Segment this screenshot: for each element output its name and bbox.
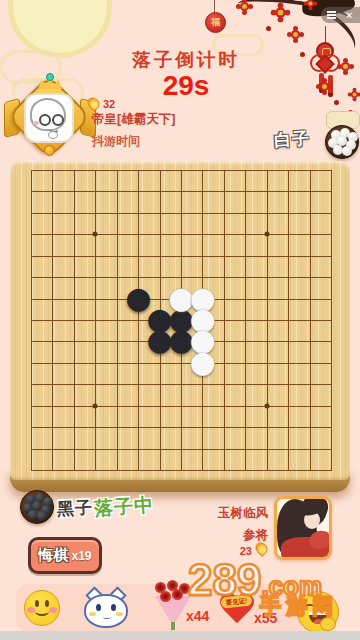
emoji-eye (45, 600, 49, 607)
grid-line (267, 170, 268, 471)
bottom-player-rank: 参将 (190, 527, 268, 544)
plum-bud (334, 100, 339, 105)
heart-count: x55 (254, 610, 277, 626)
bottom-player-level: 23 (216, 545, 252, 557)
grid-line (310, 170, 311, 471)
glasses-icon (52, 114, 64, 126)
white-bowl-stone (342, 146, 352, 156)
flower (172, 589, 183, 600)
blush-mark (33, 121, 39, 125)
bottom-strip (0, 631, 360, 640)
top-player-name: 帝皇[雄霸天下] (92, 111, 175, 128)
cat-eye (96, 604, 101, 611)
emoji-eye (35, 600, 39, 607)
cat-cheek (116, 612, 123, 616)
avatar-portrait (24, 93, 74, 143)
crown-gem (46, 73, 54, 81)
emoji-teeth (309, 612, 327, 615)
undo-button[interactable]: 悔棋 x19 (28, 537, 102, 574)
turn-status: 落子中 (93, 492, 155, 522)
hamburger-menu-icon[interactable] (327, 10, 336, 21)
player-avatar-bottom[interactable] (274, 496, 332, 560)
flower (160, 591, 171, 602)
emoji-hand (320, 617, 336, 631)
top-player-subtitle: 抖游时间 (92, 133, 140, 150)
bottom-player-name: 玉树临风 (190, 505, 268, 522)
grid-line (31, 470, 332, 471)
plum-blossom (278, 10, 284, 16)
grid-line (331, 170, 332, 471)
knot-tassel (328, 75, 333, 97)
board-grid[interactable]: ●●●●●●●●●● (31, 170, 331, 470)
emoji-mouth (35, 607, 49, 616)
ornament-string (325, 26, 326, 43)
gomoku-board[interactable]: ●●●●●●●●●● (10, 161, 350, 480)
black-side-label: 黑子 (56, 496, 93, 521)
fu-lantern-ornament: 福 (205, 12, 226, 33)
heart-gift-button[interactable]: 要见证! (219, 589, 255, 623)
black-stone-bowl (20, 490, 54, 524)
grid-line (31, 427, 332, 428)
undo-count: x19 (71, 549, 91, 563)
close-icon[interactable]: × (346, 7, 352, 23)
glasses-icon (39, 114, 51, 126)
player-avatar-top[interactable] (4, 78, 96, 162)
plum-blossom (309, 2, 313, 6)
bouquet-stem (171, 622, 175, 630)
cat-emoji-button[interactable] (84, 590, 128, 628)
emoji-cheek (49, 607, 57, 613)
countdown-label: 落子倒计时 (94, 47, 278, 72)
cat-eye (111, 604, 116, 611)
grid-line (31, 363, 332, 364)
floating-menu[interactable]: × (321, 7, 360, 23)
emoji-eye (322, 604, 331, 610)
grid-line (31, 406, 332, 407)
bouquet-count: x44 (186, 608, 209, 624)
white-stone-bowl (325, 125, 359, 159)
plum-blossom (353, 93, 357, 97)
laughing-emoji-button[interactable] (297, 591, 339, 633)
plum-bud (266, 26, 271, 31)
cat-mouth (103, 614, 111, 619)
star-point (93, 403, 98, 408)
smiley-emoji-button[interactable] (24, 590, 60, 626)
plum-blossom (343, 64, 348, 69)
grid-line (288, 170, 289, 471)
emoji-eye (305, 604, 314, 610)
black-bowl-stone (37, 511, 47, 521)
plum-blossom (322, 84, 327, 89)
countdown-value: 29s (134, 70, 238, 102)
grid-line (224, 170, 225, 471)
grid-line (31, 384, 332, 385)
fist-doodle (48, 131, 58, 139)
game-screen: 福 × 落子倒计时 29s 32 帝皇[雄霸天下] 抖游时间 (0, 0, 360, 640)
grid-line (245, 170, 246, 471)
star-point (264, 403, 269, 408)
knot-tassel (319, 73, 324, 93)
grid-line (31, 449, 332, 450)
cat-face (84, 594, 128, 628)
plum-blossom (293, 32, 298, 37)
star-point (264, 232, 269, 237)
top-player-level: 32 (103, 98, 115, 110)
white-side-label: 白子 (273, 127, 311, 152)
plum-blossom (242, 4, 247, 9)
stone-white: ● (189, 350, 215, 376)
cat-cheek (89, 612, 96, 616)
plum-bud (300, 52, 305, 57)
star-point (93, 232, 98, 237)
emoji-cheek (27, 607, 35, 613)
undo-label: 悔棋 (38, 546, 68, 565)
frame-bottom-gem (44, 145, 55, 156)
